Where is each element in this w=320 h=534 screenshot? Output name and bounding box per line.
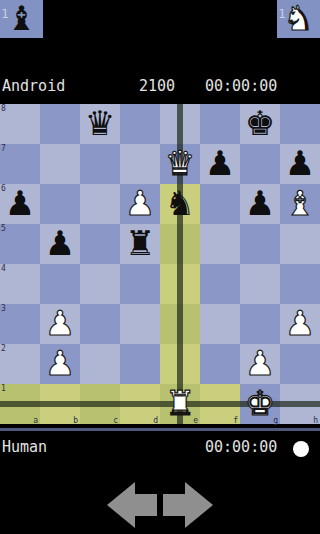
square-a7[interactable]: 7 — [0, 144, 40, 184]
piece-white-pawn-h3[interactable]: ♟ — [280, 304, 320, 344]
square-e8[interactable] — [160, 104, 200, 144]
white-knight-icon: ♞ — [277, 0, 320, 39]
piece-black-king-g8[interactable]: ♚ — [240, 104, 280, 144]
previous-move-arrow-button[interactable] — [107, 482, 157, 528]
square-a3[interactable]: 3 — [0, 304, 40, 344]
engine-row: Android 2100 00:00:00 — [0, 78, 320, 94]
player-name: Human — [2, 439, 47, 455]
piece-black-rook-d5[interactable]: ♜ — [120, 224, 160, 264]
board-bottom-divider — [0, 428, 320, 431]
piece-white-queen-e7[interactable]: ♛ — [160, 144, 200, 184]
file-label-b: b — [73, 416, 78, 425]
file-label-f: f — [233, 416, 238, 425]
rank-label-3: 3 — [1, 304, 6, 313]
square-f4[interactable] — [200, 264, 240, 304]
square-d4[interactable] — [120, 264, 160, 304]
rank-label-8: 8 — [1, 104, 6, 113]
square-c7[interactable] — [80, 144, 120, 184]
square-e2[interactable] — [160, 344, 200, 384]
piece-white-king-g1[interactable]: ♚ — [240, 384, 280, 424]
square-h8[interactable] — [280, 104, 320, 144]
file-label-a: a — [33, 416, 38, 425]
square-a4[interactable]: 4 — [0, 264, 40, 304]
captured-by-black-tray: 1 ♞ — [277, 0, 320, 38]
square-b8[interactable] — [40, 104, 80, 144]
square-a8[interactable]: 8 — [0, 104, 40, 144]
square-a2[interactable]: 2 — [0, 344, 40, 384]
square-g5[interactable] — [240, 224, 280, 264]
piece-white-pawn-d6[interactable]: ♟ — [120, 184, 160, 224]
piece-black-queen-c8[interactable]: ♛ — [80, 104, 120, 144]
piece-black-pawn-b5[interactable]: ♟ — [40, 224, 80, 264]
piece-white-rook-e1[interactable]: ♜ — [160, 384, 200, 424]
square-d3[interactable] — [120, 304, 160, 344]
rank-label-7: 7 — [1, 144, 6, 153]
square-f2[interactable] — [200, 344, 240, 384]
rank-label-4: 4 — [1, 264, 6, 273]
square-d8[interactable] — [120, 104, 160, 144]
square-c2[interactable] — [80, 344, 120, 384]
square-e3[interactable] — [160, 304, 200, 344]
file-label-c: c — [113, 416, 118, 425]
square-h5[interactable] — [280, 224, 320, 264]
square-f8[interactable] — [200, 104, 240, 144]
square-e4[interactable] — [160, 264, 200, 304]
square-f1[interactable]: f — [200, 384, 240, 424]
square-g3[interactable] — [240, 304, 280, 344]
rank-label-1: 1 — [1, 384, 6, 393]
square-b4[interactable] — [40, 264, 80, 304]
next-move-arrow-button[interactable] — [163, 482, 213, 528]
rank-label-2: 2 — [1, 344, 6, 353]
square-a5[interactable]: 5 — [0, 224, 40, 264]
white-to-move-indicator — [293, 441, 309, 457]
square-f5[interactable] — [200, 224, 240, 264]
square-c1[interactable]: c — [80, 384, 120, 424]
player-row: Human 00:00:00 — [0, 439, 320, 455]
square-c3[interactable] — [80, 304, 120, 344]
black-bishop-icon: ♝ — [0, 0, 43, 39]
square-c6[interactable] — [80, 184, 120, 224]
player-clock: 00:00:00 — [205, 439, 277, 455]
engine-clock: 00:00:00 — [205, 78, 277, 94]
square-h4[interactable] — [280, 264, 320, 304]
square-a1[interactable]: 1a — [0, 384, 40, 424]
square-f3[interactable] — [200, 304, 240, 344]
square-g7[interactable] — [240, 144, 280, 184]
square-d2[interactable] — [120, 344, 160, 384]
engine-rating: 2100 — [139, 78, 175, 94]
piece-black-pawn-f7[interactable]: ♟ — [200, 144, 240, 184]
square-b7[interactable] — [40, 144, 80, 184]
piece-white-pawn-b3[interactable]: ♟ — [40, 304, 80, 344]
piece-black-knight-e6[interactable]: ♞ — [160, 184, 200, 224]
piece-black-pawn-h7[interactable]: ♟ — [280, 144, 320, 184]
piece-white-bishop-h6[interactable]: ♝ — [280, 184, 320, 224]
square-d7[interactable] — [120, 144, 160, 184]
square-f6[interactable] — [200, 184, 240, 224]
square-h1[interactable]: h — [280, 384, 320, 424]
file-label-d: d — [153, 416, 158, 425]
square-c4[interactable] — [80, 264, 120, 304]
piece-black-pawn-g6[interactable]: ♟ — [240, 184, 280, 224]
square-b6[interactable] — [40, 184, 80, 224]
square-c5[interactable] — [80, 224, 120, 264]
piece-white-pawn-b2[interactable]: ♟ — [40, 344, 80, 384]
piece-white-pawn-g2[interactable]: ♟ — [240, 344, 280, 384]
piece-black-pawn-a6[interactable]: ♟ — [0, 184, 40, 224]
file-label-h: h — [313, 416, 318, 425]
square-b1[interactable]: b — [40, 384, 80, 424]
move-navigation — [107, 482, 213, 528]
square-e5[interactable] — [160, 224, 200, 264]
chess-app-screen: 1 ♝ 1 ♞ Android 2100 00:00:00 87654321ab… — [0, 0, 320, 534]
engine-name: Android — [2, 78, 65, 94]
captured-by-white-tray: 1 ♝ — [0, 0, 43, 38]
square-d1[interactable]: d — [120, 384, 160, 424]
square-g4[interactable] — [240, 264, 280, 304]
rank-label-5: 5 — [1, 224, 6, 233]
square-h2[interactable] — [280, 344, 320, 384]
